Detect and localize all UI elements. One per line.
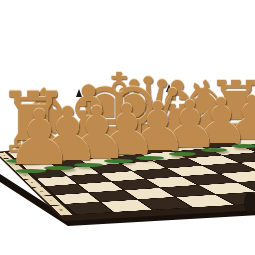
board-clasp-icon <box>244 192 255 213</box>
chess-set-photo: 12345678 ♜♞♝♚♛♝♞♜♟♟♟♟♟♟♟♟ <box>0 0 255 255</box>
